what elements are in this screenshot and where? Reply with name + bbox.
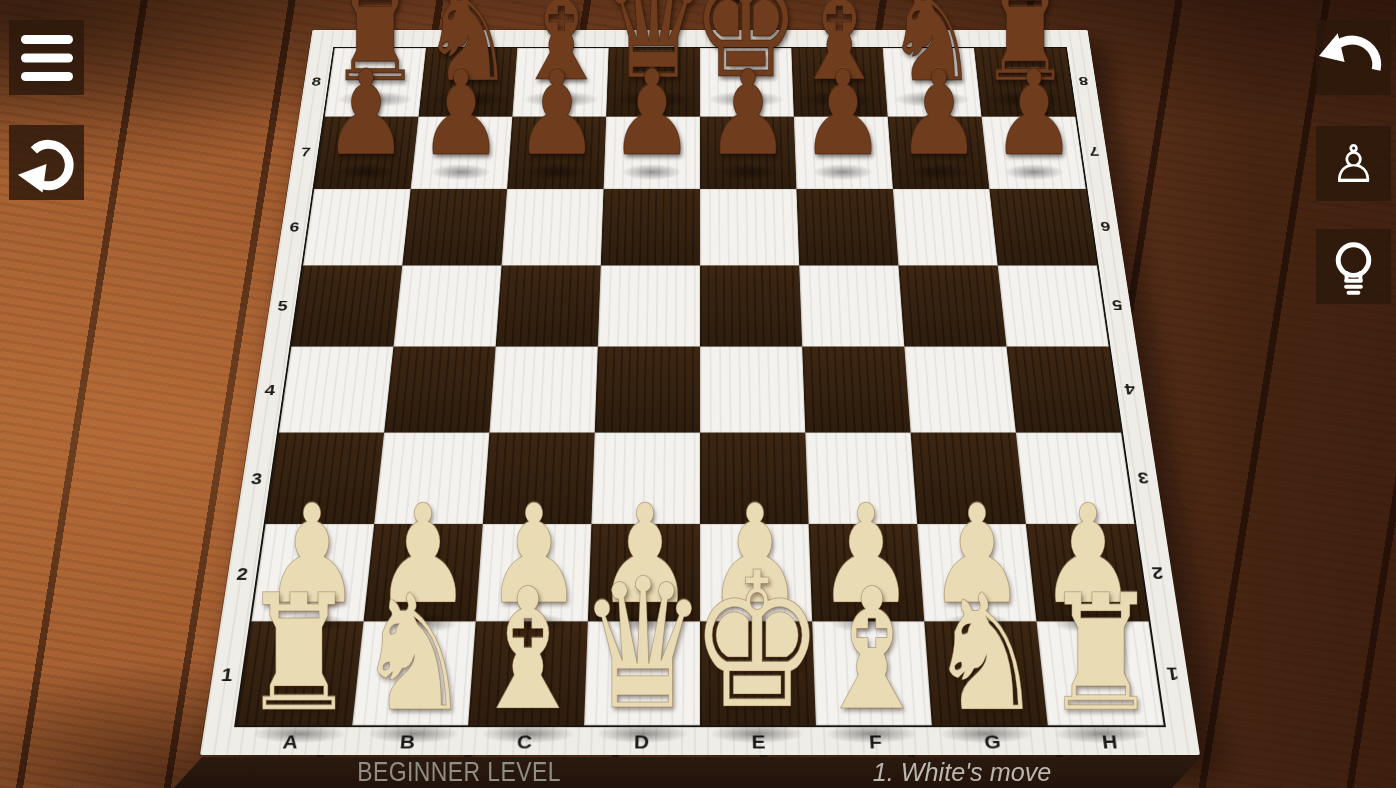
square-g5[interactable] [898,265,1006,346]
square-b6[interactable] [402,189,507,266]
rank-label-right-3: 3 [1137,470,1150,486]
square-h6[interactable] [989,189,1097,266]
level-label: BEGINNER LEVEL [357,757,561,788]
piece-white-rook-h1[interactable]: ♜ [1043,574,1158,735]
pawn-outline-icon: ♙ [1330,138,1377,190]
rank-label-right-6: 6 [1100,219,1112,233]
hamburger-icon [21,35,73,81]
piece-white-rook-a1[interactable]: ♜ [241,574,356,735]
piece-white-knight-g1[interactable]: ♞ [929,574,1044,735]
piece-style-button[interactable]: ♙ [1316,126,1391,201]
lightbulb-icon [1316,229,1391,305]
rank-label-left-4: 4 [264,381,277,396]
square-c5[interactable] [496,265,601,346]
piece-brown-pawn-g7[interactable]: ♟ [896,55,981,173]
square-g6[interactable] [893,189,998,266]
rank-label-right-5: 5 [1111,298,1123,313]
square-d4[interactable] [595,347,700,433]
piece-brown-pawn-f7[interactable]: ♟ [801,55,886,173]
square-c6[interactable] [502,189,604,266]
square-b4[interactable] [384,347,496,433]
square-f4[interactable] [802,347,910,433]
square-g4[interactable] [904,347,1016,433]
square-b5[interactable] [393,265,501,346]
square-a5[interactable] [291,265,402,346]
piece-brown-pawn-d7[interactable]: ♟ [610,55,695,173]
square-c4[interactable] [489,347,597,433]
square-f6[interactable] [796,189,898,266]
rotate-board-button[interactable] [9,125,84,200]
rank-label-right-1: 1 [1166,665,1180,684]
rank-label-left-8: 8 [311,75,322,87]
piece-white-bishop-f1[interactable]: ♝ [812,567,932,735]
piece-white-bishop-c1[interactable]: ♝ [468,567,588,735]
rank-label-right-8: 8 [1078,75,1089,87]
move-indicator: 1. White's move [873,757,1052,788]
rank-label-right-7: 7 [1088,145,1099,158]
piece-white-king-e1[interactable]: ♚ [690,548,824,735]
undo-arrow-icon [1316,20,1391,96]
piece-brown-pawn-a7[interactable]: ♟ [323,55,408,173]
square-h4[interactable] [1007,347,1122,433]
piece-white-queen-d1[interactable]: ♛ [578,554,707,734]
piece-brown-pawn-h7[interactable]: ♟ [992,55,1077,173]
square-e6[interactable] [700,189,799,266]
square-f5[interactable] [799,265,904,346]
rank-label-left-1: 1 [220,665,234,684]
piece-brown-pawn-b7[interactable]: ♟ [419,55,504,173]
square-e5[interactable] [700,265,802,346]
square-d5[interactable] [598,265,700,346]
piece-brown-pawn-c7[interactable]: ♟ [514,55,599,173]
rank-label-left-5: 5 [277,298,289,313]
hint-button[interactable] [1316,229,1391,304]
square-a4[interactable] [279,347,394,433]
menu-button[interactable] [9,20,84,95]
square-d6[interactable] [601,189,700,266]
piece-white-knight-b1[interactable]: ♞ [356,574,471,735]
undo-move-button[interactable] [1316,20,1391,95]
square-h5[interactable] [998,265,1109,346]
rank-label-left-3: 3 [250,470,263,486]
rank-label-right-4: 4 [1124,381,1137,396]
piece-brown-pawn-e7[interactable]: ♟ [705,55,790,173]
rank-label-left-7: 7 [300,145,311,158]
square-a6[interactable] [303,189,411,266]
rank-label-left-6: 6 [289,219,301,233]
rotate-circular-arrow-icon [9,125,84,201]
chess-app-screen: 8765432187654321ABCDEFGH BEGINNER LEVEL … [0,0,1396,788]
square-e4[interactable] [700,347,805,433]
